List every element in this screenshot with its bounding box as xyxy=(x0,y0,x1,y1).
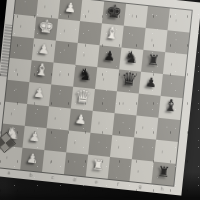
square-h6[interactable] xyxy=(163,52,187,76)
square-d4[interactable]: ♛ xyxy=(71,87,95,111)
square-g8[interactable] xyxy=(146,6,170,30)
board-squares: ♟♚♚♝♟♟♞♜♝♞♛♟♟♛♝♟♞♟♟♜♜ xyxy=(0,0,192,186)
black-knight-f6[interactable]: ♞ xyxy=(124,49,140,66)
square-h8[interactable] xyxy=(168,8,192,32)
square-f3[interactable] xyxy=(112,113,136,137)
black-knight-d5[interactable]: ♞ xyxy=(77,66,93,83)
square-g3[interactable] xyxy=(134,115,158,139)
square-e2[interactable] xyxy=(88,133,112,157)
square-c6[interactable] xyxy=(54,41,78,65)
square-h3[interactable] xyxy=(156,118,180,142)
chess-board: ♟♚♚♝♟♟♞♜♝♞♛♟♟♛♝♟♞♟♟♜♜ abcdefgh xyxy=(0,0,200,196)
square-a4[interactable] xyxy=(5,80,29,104)
square-g5[interactable]: ♟ xyxy=(139,72,163,96)
square-h7[interactable] xyxy=(165,30,189,54)
white-pawn-b6[interactable]: ♟ xyxy=(37,41,50,55)
square-c4[interactable] xyxy=(49,84,73,108)
file-label-a: a xyxy=(0,167,20,178)
square-b1[interactable]: ♟ xyxy=(20,148,44,172)
square-e4[interactable] xyxy=(93,89,117,113)
square-e5[interactable] xyxy=(95,67,119,91)
white-rook-e1[interactable]: ♜ xyxy=(91,157,105,172)
black-rook-h1[interactable]: ♜ xyxy=(157,164,171,179)
square-e7[interactable]: ♝ xyxy=(100,23,124,47)
square-f2[interactable] xyxy=(110,135,134,159)
black-pawn-e6[interactable]: ♟ xyxy=(103,48,116,62)
white-pawn-b4[interactable]: ♟ xyxy=(33,85,46,99)
square-c7[interactable] xyxy=(56,19,80,43)
white-pawn-b2[interactable]: ♟ xyxy=(28,129,41,143)
square-c8[interactable]: ♟ xyxy=(58,0,82,21)
square-e3[interactable] xyxy=(90,111,114,135)
square-d1[interactable] xyxy=(64,152,88,176)
square-b4[interactable]: ♟ xyxy=(27,82,51,106)
square-g1[interactable] xyxy=(130,159,154,183)
white-bishop-b5[interactable]: ♝ xyxy=(34,62,50,79)
black-rook-g6[interactable]: ♜ xyxy=(146,52,160,67)
square-g4[interactable] xyxy=(136,94,160,118)
square-c2[interactable] xyxy=(44,128,68,152)
square-b2[interactable]: ♟ xyxy=(22,126,46,150)
square-d7[interactable] xyxy=(78,21,102,45)
square-f4[interactable] xyxy=(115,91,139,115)
square-d3[interactable]: ♟ xyxy=(69,109,93,133)
square-a7[interactable] xyxy=(12,14,36,38)
square-e6[interactable]: ♟ xyxy=(97,45,121,69)
white-bishop-e7[interactable]: ♝ xyxy=(104,25,120,42)
square-f5[interactable]: ♛ xyxy=(117,69,141,93)
white-pawn-c8[interactable]: ♟ xyxy=(64,0,77,14)
white-queen-d4[interactable]: ♛ xyxy=(74,87,92,107)
square-h1[interactable]: ♜ xyxy=(151,162,175,186)
square-d2[interactable] xyxy=(66,130,90,154)
square-f8[interactable] xyxy=(124,4,148,28)
white-pawn-d3[interactable]: ♟ xyxy=(74,112,87,126)
square-h2[interactable] xyxy=(154,140,178,164)
square-b3[interactable] xyxy=(25,104,49,128)
square-c3[interactable] xyxy=(47,106,71,130)
square-g6[interactable]: ♜ xyxy=(141,50,165,74)
square-c5[interactable] xyxy=(51,63,75,87)
diamond-ornament-icon xyxy=(0,133,14,151)
square-f1[interactable] xyxy=(108,157,132,181)
square-b5[interactable]: ♝ xyxy=(29,60,53,84)
black-queen-f5[interactable]: ♛ xyxy=(120,70,138,90)
square-g7[interactable] xyxy=(143,28,167,52)
square-e1[interactable]: ♜ xyxy=(86,155,110,179)
square-b7[interactable]: ♚ xyxy=(34,16,58,40)
photo-frame: ♟♚♚♝♟♟♞♜♝♞♛♟♟♛♝♟♞♟♟♜♜ abcdefgh xyxy=(0,0,200,200)
square-h4[interactable]: ♝ xyxy=(158,96,182,120)
black-king-e8[interactable]: ♚ xyxy=(105,2,123,22)
square-a5[interactable] xyxy=(7,58,31,82)
square-g2[interactable] xyxy=(132,137,156,161)
square-d8[interactable] xyxy=(80,0,104,23)
white-pawn-b1[interactable]: ♟ xyxy=(26,151,39,165)
square-c1[interactable] xyxy=(42,150,66,174)
square-a6[interactable] xyxy=(10,36,34,60)
black-pawn-g5[interactable]: ♟ xyxy=(145,75,158,89)
black-bishop-h4[interactable]: ♝ xyxy=(163,97,179,114)
white-king-b7[interactable]: ♚ xyxy=(37,17,55,37)
board-logo xyxy=(0,129,17,155)
